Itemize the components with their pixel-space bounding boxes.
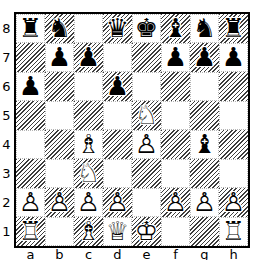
square-h8[interactable]: ♜♜: [219, 14, 248, 43]
square-f1[interactable]: [161, 217, 190, 246]
black-pawn-fill: ♟: [219, 43, 248, 72]
black-knight-fill: ♞: [190, 14, 219, 43]
white-pawn: ♙: [219, 188, 248, 217]
square-f8[interactable]: ♝♝: [161, 14, 190, 43]
white-rook-fill: ♜: [219, 217, 248, 246]
white-king-fill: ♚: [132, 217, 161, 246]
white-pawn: ♙: [132, 130, 161, 159]
square-f3[interactable]: [161, 159, 190, 188]
square-a1[interactable]: ♜♖: [16, 217, 45, 246]
white-rook: ♖: [16, 217, 45, 246]
square-c8[interactable]: [74, 14, 103, 43]
rank-label-4: 4: [0, 130, 13, 159]
black-pawn-fill: ♟: [16, 72, 45, 101]
white-pawn-fill: ♟: [132, 130, 161, 159]
white-pawn-fill: ♟: [103, 188, 132, 217]
square-a3[interactable]: [16, 159, 45, 188]
white-queen-fill: ♛: [103, 217, 132, 246]
white-pawn: ♙: [45, 188, 74, 217]
white-rook: ♖: [219, 217, 248, 246]
black-rook-fill: ♜: [16, 14, 45, 43]
white-pawn: ♙: [103, 188, 132, 217]
square-c2[interactable]: ♟♙: [74, 188, 103, 217]
white-knight: ♘: [132, 101, 161, 130]
square-h7[interactable]: ♟♟: [219, 43, 248, 72]
white-pawn: ♙: [161, 188, 190, 217]
square-f6[interactable]: [161, 72, 190, 101]
square-f7[interactable]: ♟♟: [161, 43, 190, 72]
square-g6[interactable]: [190, 72, 219, 101]
square-a7[interactable]: [16, 43, 45, 72]
square-c6[interactable]: [74, 72, 103, 101]
square-h6[interactable]: [219, 72, 248, 101]
black-king-fill: ♚: [132, 14, 161, 43]
square-a5[interactable]: [16, 101, 45, 130]
white-pawn-fill: ♟: [219, 188, 248, 217]
square-c1[interactable]: ♝♗: [74, 217, 103, 246]
black-pawn: ♟: [74, 43, 103, 72]
rank-label-2: 2: [0, 188, 13, 217]
white-king: ♔: [132, 217, 161, 246]
square-e6[interactable]: [132, 72, 161, 101]
white-pawn: ♙: [74, 188, 103, 217]
black-pawn: ♟: [161, 43, 190, 72]
file-label-g: g: [190, 247, 219, 260]
file-label-b: b: [45, 247, 74, 260]
black-rook-fill: ♜: [219, 14, 248, 43]
square-e8[interactable]: ♚♚: [132, 14, 161, 43]
black-pawn: ♟: [219, 43, 248, 72]
black-bishop-fill: ♝: [161, 14, 190, 43]
rank-label-5: 5: [0, 101, 13, 130]
square-e7[interactable]: [132, 43, 161, 72]
square-g8[interactable]: ♞♞: [190, 14, 219, 43]
square-f2[interactable]: ♟♙: [161, 188, 190, 217]
white-rook-fill: ♜: [16, 217, 45, 246]
square-b6[interactable]: [45, 72, 74, 101]
square-d3[interactable]: [103, 159, 132, 188]
square-b4[interactable]: [45, 130, 74, 159]
square-h3[interactable]: [219, 159, 248, 188]
square-d1[interactable]: ♛♕: [103, 217, 132, 246]
white-pawn-fill: ♟: [45, 188, 74, 217]
rank-label-1: 1: [0, 217, 13, 246]
white-bishop: ♗: [74, 217, 103, 246]
square-h4[interactable]: [219, 130, 248, 159]
black-bishop: ♝: [161, 14, 190, 43]
square-d6[interactable]: ♟♟: [103, 72, 132, 101]
black-rook: ♜: [219, 14, 248, 43]
white-bishop: ♗: [74, 130, 103, 159]
black-pawn: ♟: [103, 72, 132, 101]
black-pawn: ♟: [45, 43, 74, 72]
square-e4[interactable]: ♟♙: [132, 130, 161, 159]
file-label-a: a: [16, 247, 45, 260]
square-d2[interactable]: ♟♙: [103, 188, 132, 217]
black-pawn-fill: ♟: [74, 43, 103, 72]
file-labels: abcdefgh: [16, 247, 248, 260]
file-label-h: h: [219, 247, 248, 260]
rank-label-3: 3: [0, 159, 13, 188]
square-h1[interactable]: ♜♖: [219, 217, 248, 246]
white-bishop-fill: ♝: [74, 217, 103, 246]
rank-labels: 87654321: [0, 14, 13, 246]
black-pawn: ♟: [190, 43, 219, 72]
square-c7[interactable]: ♟♟: [74, 43, 103, 72]
square-b5[interactable]: [45, 101, 74, 130]
square-h5[interactable]: [219, 101, 248, 130]
rank-label-6: 6: [0, 72, 13, 101]
square-b8[interactable]: ♞♞: [45, 14, 74, 43]
black-knight-fill: ♞: [45, 14, 74, 43]
black-queen: ♛: [103, 14, 132, 43]
white-pawn-fill: ♟: [161, 188, 190, 217]
square-d8[interactable]: ♛♛: [103, 14, 132, 43]
square-g5[interactable]: [190, 101, 219, 130]
rank-label-7: 7: [0, 43, 13, 72]
black-pawn-fill: ♟: [161, 43, 190, 72]
chessboard: ♜♜♞♞♛♛♚♚♝♝♞♞♜♜♟♟♟♟♟♟♟♟♟♟♟♟♟♟♞♘♝♗♟♙♝♝♞♘♟♙…: [14, 12, 250, 248]
square-c3[interactable]: ♞♘: [74, 159, 103, 188]
white-bishop-fill: ♝: [74, 130, 103, 159]
square-a8[interactable]: ♜♜: [16, 14, 45, 43]
square-g7[interactable]: ♟♟: [190, 43, 219, 72]
square-e5[interactable]: ♞♘: [132, 101, 161, 130]
file-label-f: f: [161, 247, 190, 260]
square-h2[interactable]: ♟♙: [219, 188, 248, 217]
black-pawn-fill: ♟: [190, 43, 219, 72]
black-pawn-fill: ♟: [45, 43, 74, 72]
square-g4[interactable]: ♝♝: [190, 130, 219, 159]
white-pawn: ♙: [190, 188, 219, 217]
black-rook: ♜: [16, 14, 45, 43]
black-bishop: ♝: [190, 130, 219, 159]
square-e3[interactable]: [132, 159, 161, 188]
square-a2[interactable]: ♟♙: [16, 188, 45, 217]
black-queen-fill: ♛: [103, 14, 132, 43]
black-pawn-fill: ♟: [103, 72, 132, 101]
square-b7[interactable]: ♟♟: [45, 43, 74, 72]
square-d7[interactable]: [103, 43, 132, 72]
white-pawn-fill: ♟: [16, 188, 45, 217]
square-d5[interactable]: [103, 101, 132, 130]
rank-label-8: 8: [0, 14, 13, 43]
square-a6[interactable]: ♟♟: [16, 72, 45, 101]
white-knight-fill: ♞: [132, 101, 161, 130]
square-a4[interactable]: [16, 130, 45, 159]
square-g1[interactable]: [190, 217, 219, 246]
square-c5[interactable]: [74, 101, 103, 130]
white-knight-fill: ♞: [74, 159, 103, 188]
square-e1[interactable]: ♚♔: [132, 217, 161, 246]
black-knight: ♞: [45, 14, 74, 43]
black-knight: ♞: [190, 14, 219, 43]
square-g2[interactable]: ♟♙: [190, 188, 219, 217]
square-g3[interactable]: [190, 159, 219, 188]
black-bishop-fill: ♝: [190, 130, 219, 159]
white-knight: ♘: [74, 159, 103, 188]
file-label-e: e: [132, 247, 161, 260]
chess-diagram: 87654321 ♜♜♞♞♛♛♚♚♝♝♞♞♜♜♟♟♟♟♟♟♟♟♟♟♟♟♟♟♞♘♝…: [0, 0, 260, 260]
square-c4[interactable]: ♝♗: [74, 130, 103, 159]
square-d4[interactable]: [103, 130, 132, 159]
square-f4[interactable]: [161, 130, 190, 159]
file-label-c: c: [74, 247, 103, 260]
square-b2[interactable]: ♟♙: [45, 188, 74, 217]
black-king: ♚: [132, 14, 161, 43]
square-b1[interactable]: [45, 217, 74, 246]
white-queen: ♕: [103, 217, 132, 246]
white-pawn: ♙: [16, 188, 45, 217]
square-f5[interactable]: [161, 101, 190, 130]
white-pawn-fill: ♟: [190, 188, 219, 217]
black-pawn: ♟: [16, 72, 45, 101]
white-pawn-fill: ♟: [74, 188, 103, 217]
square-b3[interactable]: [45, 159, 74, 188]
file-label-d: d: [103, 247, 132, 260]
square-e2[interactable]: [132, 188, 161, 217]
